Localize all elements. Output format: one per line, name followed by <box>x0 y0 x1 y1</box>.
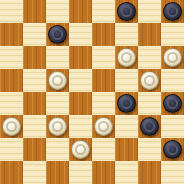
square-r0c1[interactable] <box>23 0 46 23</box>
square-r4c7[interactable] <box>161 92 184 115</box>
square-r3c0[interactable] <box>0 69 23 92</box>
square-r4c0 <box>0 92 23 115</box>
square-r2c4 <box>92 46 115 69</box>
white-man[interactable] <box>48 71 67 90</box>
square-r5c2[interactable] <box>46 115 69 138</box>
square-r3c4[interactable] <box>92 69 115 92</box>
square-r1c3 <box>69 23 92 46</box>
square-r7c6[interactable] <box>138 161 161 184</box>
square-r3c2[interactable] <box>46 69 69 92</box>
square-r4c4 <box>92 92 115 115</box>
square-r2c5[interactable] <box>115 46 138 69</box>
white-man[interactable] <box>48 117 67 136</box>
square-r7c3 <box>69 161 92 184</box>
square-r1c7 <box>161 23 184 46</box>
square-r6c4 <box>92 138 115 161</box>
square-r5c0[interactable] <box>0 115 23 138</box>
white-man[interactable] <box>163 48 182 67</box>
square-r6c7[interactable] <box>161 138 184 161</box>
square-r7c7 <box>161 161 184 184</box>
white-man[interactable] <box>117 48 136 67</box>
square-r6c2 <box>46 138 69 161</box>
square-r5c4[interactable] <box>92 115 115 138</box>
square-r0c6 <box>138 0 161 23</box>
square-r2c0 <box>0 46 23 69</box>
square-r4c1[interactable] <box>23 92 46 115</box>
square-r3c1 <box>23 69 46 92</box>
square-r1c5 <box>115 23 138 46</box>
black-man[interactable] <box>117 2 136 21</box>
square-r4c5[interactable] <box>115 92 138 115</box>
square-r4c2 <box>46 92 69 115</box>
square-r3c6[interactable] <box>138 69 161 92</box>
square-r5c3 <box>69 115 92 138</box>
checkers-board <box>0 0 184 184</box>
square-r5c5 <box>115 115 138 138</box>
square-r4c3[interactable] <box>69 92 92 115</box>
square-r0c0 <box>0 0 23 23</box>
square-r1c2[interactable] <box>46 23 69 46</box>
square-r6c1[interactable] <box>23 138 46 161</box>
square-r0c2 <box>46 0 69 23</box>
square-r4c6 <box>138 92 161 115</box>
square-r3c5 <box>115 69 138 92</box>
square-r1c1 <box>23 23 46 46</box>
square-r6c6 <box>138 138 161 161</box>
square-r2c2 <box>46 46 69 69</box>
black-man[interactable] <box>163 2 182 21</box>
black-man[interactable] <box>140 117 159 136</box>
square-r2c1[interactable] <box>23 46 46 69</box>
square-r0c5[interactable] <box>115 0 138 23</box>
square-r5c1 <box>23 115 46 138</box>
black-man[interactable] <box>48 25 67 44</box>
square-r7c1 <box>23 161 46 184</box>
square-r7c4[interactable] <box>92 161 115 184</box>
square-r1c4[interactable] <box>92 23 115 46</box>
black-man[interactable] <box>163 140 182 159</box>
square-r0c4 <box>92 0 115 23</box>
white-man[interactable] <box>94 117 113 136</box>
square-r0c7[interactable] <box>161 0 184 23</box>
square-r7c2[interactable] <box>46 161 69 184</box>
square-r0c3[interactable] <box>69 0 92 23</box>
square-r6c3[interactable] <box>69 138 92 161</box>
square-r2c6 <box>138 46 161 69</box>
square-r2c7[interactable] <box>161 46 184 69</box>
square-r1c6[interactable] <box>138 23 161 46</box>
square-r6c0 <box>0 138 23 161</box>
black-man[interactable] <box>117 94 136 113</box>
square-r7c5 <box>115 161 138 184</box>
white-man[interactable] <box>140 71 159 90</box>
white-man[interactable] <box>71 140 90 159</box>
square-r5c6[interactable] <box>138 115 161 138</box>
square-r3c7 <box>161 69 184 92</box>
square-r3c3 <box>69 69 92 92</box>
square-r6c5[interactable] <box>115 138 138 161</box>
square-r7c0[interactable] <box>0 161 23 184</box>
white-man[interactable] <box>2 117 21 136</box>
square-r2c3[interactable] <box>69 46 92 69</box>
black-man[interactable] <box>163 94 182 113</box>
square-r1c0[interactable] <box>0 23 23 46</box>
square-r5c7 <box>161 115 184 138</box>
